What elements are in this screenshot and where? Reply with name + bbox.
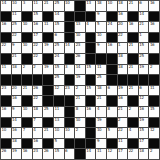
codeword-cell[interactable]: 16 xyxy=(128,22,139,33)
cell-code-number: 14 xyxy=(2,1,6,5)
cell-code-number: 16 xyxy=(118,96,122,100)
codeword-cell[interactable]: 23 xyxy=(75,43,86,54)
codeword-cell[interactable]: 18 xyxy=(118,54,129,65)
blocked-cell xyxy=(128,33,139,44)
cell-code-number: 11 xyxy=(2,65,6,69)
codeword-cell[interactable]: 14 xyxy=(86,149,97,160)
codeword-cell[interactable]: 8 xyxy=(107,107,118,118)
codeword-cell[interactable]: 23 xyxy=(65,86,76,97)
cell-code-number: 22 xyxy=(33,96,37,100)
codeword-cell[interactable]: 4 xyxy=(128,128,139,139)
cell-code-number: 13 xyxy=(86,1,90,5)
cell-code-number: 10 xyxy=(97,33,101,37)
codeword-cell[interactable]: 12 xyxy=(139,96,150,107)
cell-code-number: 26 xyxy=(33,86,37,90)
cell-code-number: 2 xyxy=(33,65,35,69)
cell-code-number: 17 xyxy=(139,139,143,143)
codeword-cell[interactable]: 25 xyxy=(54,1,65,12)
cell-code-number: 2 xyxy=(129,107,131,111)
codeword-cell[interactable]: 16 xyxy=(12,96,23,107)
codeword-cell[interactable]: 18 xyxy=(12,139,23,150)
codeword-cell[interactable]: 3 xyxy=(65,65,76,76)
codeword-cell[interactable]: 21 xyxy=(22,86,33,97)
codeword-cell[interactable]: 24 xyxy=(107,22,118,33)
codeword-cell[interactable]: 6 xyxy=(139,86,150,97)
codeword-cell[interactable]: 19 xyxy=(139,118,150,129)
cell-code-number: 4 xyxy=(129,128,131,132)
codeword-cell[interactable]: 5 xyxy=(107,128,118,139)
blocked-cell xyxy=(65,33,76,44)
cell-code-number: 13 xyxy=(76,22,80,26)
blocked-cell xyxy=(86,75,97,86)
cell-code-number: 21 xyxy=(118,107,122,111)
codeword-cell[interactable]: 24 xyxy=(54,54,65,65)
codeword-cell[interactable]: 23 xyxy=(1,86,12,97)
codeword-cell[interactable]: 10 xyxy=(96,33,107,44)
blocked-cell xyxy=(149,96,160,107)
cell-code-number: 16 xyxy=(139,107,143,111)
cell-code-number: 3 xyxy=(23,1,25,5)
blocked-cell xyxy=(118,75,129,86)
codeword-cell[interactable]: 21 xyxy=(118,107,129,118)
codeword-cell[interactable]: 19 xyxy=(139,65,150,76)
blocked-cell xyxy=(128,118,139,129)
codeword-cell[interactable]: 19 xyxy=(75,75,86,86)
cell-code-number: 6 xyxy=(65,149,67,153)
codeword-cell[interactable]: 10 xyxy=(65,128,76,139)
cell-code-number: 22 xyxy=(118,33,122,37)
codeword-cell[interactable]: 23 xyxy=(33,149,44,160)
cell-code-number: 4 xyxy=(86,22,88,26)
blocked-cell xyxy=(43,33,54,44)
codeword-cell[interactable]: 16 xyxy=(12,128,23,139)
blocked-cell xyxy=(96,54,107,65)
cell-code-number: 5 xyxy=(108,128,110,132)
codeword-cell[interactable]: 16 xyxy=(33,22,44,33)
codeword-cell[interactable]: 7 xyxy=(33,118,44,129)
codeword-cell[interactable]: 6 xyxy=(107,86,118,97)
codeword-cell[interactable]: 14 xyxy=(75,65,86,76)
blocked-cell xyxy=(43,118,54,129)
codeword-cell[interactable]: 10 xyxy=(75,118,86,129)
cell-code-number: 5 xyxy=(97,22,99,26)
codeword-cell[interactable]: 2 xyxy=(33,65,44,76)
codeword-cell[interactable]: 22 xyxy=(33,43,44,54)
blocked-cell xyxy=(54,96,65,107)
blocked-cell xyxy=(149,12,160,23)
cell-code-number: 26 xyxy=(76,54,80,58)
cell-code-number: 18 xyxy=(118,65,122,69)
blocked-cell xyxy=(22,96,33,107)
codeword-cell[interactable]: 25 xyxy=(54,75,65,86)
codeword-cell[interactable]: 16 xyxy=(149,1,160,12)
codeword-cell[interactable]: 11 xyxy=(12,12,23,23)
codeword-cell[interactable]: 11 xyxy=(33,1,44,12)
blocked-cell xyxy=(107,33,118,44)
codeword-cell[interactable]: 2 xyxy=(75,86,86,97)
blocked-cell xyxy=(43,12,54,23)
blocked-cell xyxy=(86,96,97,107)
blocked-cell xyxy=(1,75,12,86)
cell-code-number: 16 xyxy=(23,149,27,153)
cell-code-number: 21 xyxy=(44,128,48,132)
codeword-cell[interactable]: 2 xyxy=(118,118,129,129)
cell-code-number: 21 xyxy=(23,86,27,90)
blocked-cell xyxy=(107,65,118,76)
codeword-cell[interactable]: 21 xyxy=(128,65,139,76)
codeword-cell[interactable]: 1 xyxy=(139,33,150,44)
cell-code-number: 25 xyxy=(12,22,16,26)
codeword-cell[interactable]: 14 xyxy=(1,1,12,12)
cell-code-number: 10 xyxy=(65,128,69,132)
cell-code-number: 19 xyxy=(139,118,143,122)
blocked-cell xyxy=(75,1,86,12)
codeword-cell[interactable]: 16 xyxy=(149,43,160,54)
cell-code-number: 2 xyxy=(76,128,78,132)
codeword-cell[interactable]: 18 xyxy=(12,65,23,76)
cell-code-number: 25 xyxy=(55,1,59,5)
cell-code-number: 19 xyxy=(139,65,143,69)
codeword-cell[interactable]: 18 xyxy=(33,107,44,118)
cell-code-number: 16 xyxy=(86,107,90,111)
cell-code-number: 25 xyxy=(55,75,59,79)
blocked-cell xyxy=(1,118,12,129)
codeword-cell[interactable]: 25 xyxy=(12,22,23,33)
cell-code-number: 25 xyxy=(44,107,48,111)
blocked-cell xyxy=(128,12,139,23)
blocked-cell xyxy=(43,75,54,86)
cell-code-number: 22 xyxy=(2,43,6,47)
codeword-cell[interactable]: 21 xyxy=(12,54,23,65)
codeword-cell[interactable]: 16 xyxy=(107,43,118,54)
codeword-cell[interactable]: 13 xyxy=(75,22,86,33)
codeword-cell[interactable]: 21 xyxy=(128,1,139,12)
codeword-cell[interactable]: 19 xyxy=(43,43,54,54)
codeword-cell[interactable]: 14 xyxy=(139,12,150,23)
cell-code-number: 16 xyxy=(12,128,16,132)
codeword-cell[interactable]: 10 xyxy=(107,1,118,12)
blocked-cell xyxy=(65,107,76,118)
cell-code-number: 10 xyxy=(65,1,69,5)
codeword-cell[interactable]: 15 xyxy=(54,65,65,76)
codeword-cell[interactable]: 19 xyxy=(96,118,107,129)
cell-code-number: 16 xyxy=(2,107,6,111)
codeword-cell[interactable]: 21 xyxy=(128,43,139,54)
codeword-cell[interactable]: 16 xyxy=(86,107,97,118)
blocked-cell xyxy=(107,75,118,86)
codeword-cell[interactable]: 11 xyxy=(96,149,107,160)
codeword-cell[interactable]: 12 xyxy=(149,128,160,139)
cell-code-number: 12 xyxy=(108,149,112,153)
codeword-cell[interactable]: 4 xyxy=(86,22,97,33)
codeword-cell[interactable]: 21 xyxy=(128,86,139,97)
codeword-cell[interactable]: 9 xyxy=(96,43,107,54)
codeword-cell[interactable]: 11 xyxy=(43,22,54,33)
blocked-cell xyxy=(107,12,118,23)
cell-code-number: 15 xyxy=(33,12,37,16)
cell-code-number: 15 xyxy=(139,43,143,47)
cell-code-number: 19 xyxy=(97,118,101,122)
codeword-cell[interactable]: 15 xyxy=(86,65,97,76)
blocked-cell xyxy=(65,139,76,150)
cell-code-number: 16 xyxy=(150,43,154,47)
codeword-cell[interactable]: 4 xyxy=(33,128,44,139)
cell-code-number: 3 xyxy=(65,65,67,69)
cell-code-number: 11 xyxy=(97,65,101,69)
codeword-cell[interactable]: 10 xyxy=(75,33,86,44)
codeword-cell[interactable]: 15 xyxy=(33,12,44,23)
codeword-cell[interactable]: 20 xyxy=(12,86,23,97)
codeword-cell[interactable]: 17 xyxy=(33,33,44,44)
codeword-cell[interactable]: 11 xyxy=(1,65,12,76)
codeword-cell[interactable]: 10 xyxy=(22,43,33,54)
codeword-cell[interactable]: 26 xyxy=(1,149,12,160)
codeword-cell[interactable]: 4 xyxy=(96,107,107,118)
cell-code-number: 16 xyxy=(12,96,16,100)
cell-code-number: 15 xyxy=(150,107,154,111)
cell-code-number: 16 xyxy=(33,139,37,143)
blocked-cell xyxy=(75,12,86,23)
cell-code-number: 10 xyxy=(12,1,16,5)
blocked-cell xyxy=(43,54,54,65)
codeword-cell[interactable]: 26 xyxy=(33,86,44,97)
codeword-cell[interactable]: 22 xyxy=(33,54,44,65)
codeword-cell[interactable]: 16 xyxy=(1,107,12,118)
cell-code-number: 12 xyxy=(150,128,154,132)
blocked-cell xyxy=(86,139,97,150)
cell-code-number: 17 xyxy=(33,33,37,37)
codeword-cell[interactable]: 22 xyxy=(128,149,139,160)
blocked-cell xyxy=(65,75,76,86)
codeword-cell[interactable]: 25 xyxy=(96,75,107,86)
codeword-cell[interactable]: 11 xyxy=(96,65,107,76)
blocked-cell xyxy=(128,75,139,86)
cell-code-number: 24 xyxy=(55,54,59,58)
codeword-cell[interactable]: 17 xyxy=(118,149,129,160)
codeword-cell[interactable]: 14 xyxy=(54,12,65,23)
cell-code-number: 14 xyxy=(55,12,59,16)
cell-code-number: 21 xyxy=(139,22,143,26)
codeword-cell[interactable]: 5 xyxy=(96,22,107,33)
codeword-cell[interactable]: 6 xyxy=(54,33,65,44)
cell-code-number: 7 xyxy=(23,128,25,132)
codeword-cell[interactable]: 20 xyxy=(118,22,129,33)
blocked-cell xyxy=(75,139,86,150)
cell-code-number: 16 xyxy=(2,22,6,26)
blocked-cell xyxy=(1,54,12,65)
cell-code-number: 25 xyxy=(139,54,143,58)
codeword-grid: 1410311212510131810182161611151491614162… xyxy=(0,0,160,160)
codeword-cell[interactable]: 2 xyxy=(149,149,160,160)
codeword-cell[interactable]: 21 xyxy=(139,22,150,33)
codeword-cell[interactable]: 19 xyxy=(43,65,54,76)
cell-code-number: 8 xyxy=(108,107,110,111)
codeword-cell[interactable]: 16 xyxy=(149,22,160,33)
cell-code-number: 8 xyxy=(76,107,78,111)
codeword-cell[interactable]: 18 xyxy=(96,1,107,12)
cell-code-number: 2 xyxy=(118,118,120,122)
blocked-cell xyxy=(86,54,97,65)
cell-code-number: 11 xyxy=(33,1,37,5)
blocked-cell xyxy=(22,75,33,86)
codeword-cell[interactable]: 22 xyxy=(118,33,129,44)
codeword-cell[interactable]: 10 xyxy=(12,1,23,12)
cell-code-number: 13 xyxy=(55,118,59,122)
codeword-cell[interactable]: 21 xyxy=(96,96,107,107)
blocked-cell xyxy=(12,75,23,86)
cell-code-number: 19 xyxy=(76,75,80,79)
codeword-cell[interactable]: 18 xyxy=(139,149,150,160)
cell-code-number: 6 xyxy=(108,86,110,90)
cell-code-number: 2 xyxy=(150,65,152,69)
codeword-cell[interactable]: 22 xyxy=(33,96,44,107)
codeword-cell[interactable]: 11 xyxy=(118,139,129,150)
blocked-cell xyxy=(22,12,33,23)
blocked-cell xyxy=(1,12,12,23)
cell-code-number: 10 xyxy=(23,107,27,111)
cell-code-number: 15 xyxy=(139,128,143,132)
codeword-cell[interactable]: 10 xyxy=(1,128,12,139)
cell-code-number: 19 xyxy=(118,86,122,90)
codeword-cell[interactable]: 25 xyxy=(139,54,150,65)
blocked-cell xyxy=(149,33,160,44)
blocked-cell xyxy=(128,139,139,150)
codeword-cell[interactable]: 3 xyxy=(22,1,33,12)
codeword-cell[interactable]: 15 xyxy=(139,43,150,54)
cell-code-number: 11 xyxy=(118,139,122,143)
codeword-cell[interactable]: 15 xyxy=(86,86,97,97)
cell-code-number: 12 xyxy=(139,96,143,100)
blocked-cell xyxy=(1,96,12,107)
codeword-cell[interactable]: 12 xyxy=(107,149,118,160)
codeword-cell[interactable]: 5 xyxy=(54,139,65,150)
blocked-cell xyxy=(22,139,33,150)
cell-code-number: 21 xyxy=(129,65,133,69)
blocked-cell xyxy=(86,33,97,44)
codeword-cell[interactable]: 10 xyxy=(65,1,76,12)
cell-code-number: 10 xyxy=(2,128,6,132)
codeword-cell[interactable]: 16 xyxy=(139,107,150,118)
codeword-cell[interactable]: 8 xyxy=(75,107,86,118)
blocked-cell xyxy=(149,118,160,129)
codeword-cell[interactable]: 7 xyxy=(22,128,33,139)
codeword-cell[interactable]: 22 xyxy=(1,43,12,54)
codeword-cell[interactable]: 16 xyxy=(22,149,33,160)
codeword-cell[interactable]: 16 xyxy=(1,22,12,33)
cell-code-number: 2 xyxy=(23,65,25,69)
cell-code-number: 24 xyxy=(108,22,112,26)
codeword-cell[interactable]: 12 xyxy=(54,86,65,97)
blocked-cell xyxy=(65,12,76,23)
codeword-cell[interactable]: 21 xyxy=(43,128,54,139)
cell-code-number: 15 xyxy=(86,65,90,69)
codeword-cell[interactable]: 18 xyxy=(96,86,107,97)
codeword-cell[interactable]: 25 xyxy=(43,107,54,118)
codeword-cell[interactable]: 2 xyxy=(128,107,139,118)
cell-code-number: 18 xyxy=(118,1,122,5)
codeword-cell[interactable]: 9 xyxy=(96,12,107,23)
codeword-cell[interactable]: 17 xyxy=(139,139,150,150)
codeword-cell[interactable]: 6 xyxy=(65,149,76,160)
codeword-cell[interactable]: 19 xyxy=(12,149,23,160)
blocked-cell xyxy=(43,96,54,107)
blocked-cell xyxy=(86,128,97,139)
cell-code-number: 21 xyxy=(97,96,101,100)
blocked-cell xyxy=(107,139,118,150)
cell-code-number: 18 xyxy=(139,149,143,153)
codeword-cell[interactable]: 22 xyxy=(118,128,129,139)
codeword-cell[interactable]: 21 xyxy=(75,96,86,107)
codeword-cell[interactable]: 2 xyxy=(75,128,86,139)
cell-code-number: 10 xyxy=(97,128,101,132)
codeword-cell[interactable]: 16 xyxy=(33,139,44,150)
codeword-cell[interactable]: 22 xyxy=(12,33,23,44)
cell-code-number: 9 xyxy=(97,139,99,143)
codeword-cell[interactable]: 10 xyxy=(22,107,33,118)
codeword-cell[interactable]: 18 xyxy=(118,1,129,12)
codeword-cell[interactable]: 15 xyxy=(139,128,150,139)
codeword-cell[interactable]: 15 xyxy=(54,149,65,160)
codeword-cell[interactable]: 16 xyxy=(118,96,129,107)
codeword-cell[interactable]: 18 xyxy=(118,65,129,76)
codeword-cell[interactable]: 11 xyxy=(54,107,65,118)
blocked-cell xyxy=(22,33,33,44)
codeword-cell[interactable]: 25 xyxy=(54,43,65,54)
blocked-cell xyxy=(65,22,76,33)
codeword-cell[interactable]: 21 xyxy=(43,1,54,12)
codeword-cell[interactable]: 13 xyxy=(54,118,65,129)
cell-code-number: 6 xyxy=(139,86,141,90)
cell-code-number: 7 xyxy=(33,118,35,122)
cell-code-number: 26 xyxy=(2,149,6,153)
cell-code-number: 2 xyxy=(76,86,78,90)
codeword-cell[interactable]: 1 xyxy=(118,43,129,54)
codeword-cell[interactable]: 19 xyxy=(118,86,129,97)
codeword-cell[interactable]: 10 xyxy=(96,128,107,139)
cell-code-number: 23 xyxy=(33,149,37,153)
codeword-cell[interactable]: 10 xyxy=(22,22,33,33)
codeword-cell[interactable]: 10 xyxy=(54,128,65,139)
codeword-cell[interactable]: 2 xyxy=(149,65,160,76)
cell-code-number: 11 xyxy=(97,149,101,153)
cell-code-number: 16 xyxy=(33,22,37,26)
cell-code-number: 18 xyxy=(33,107,37,111)
codeword-cell[interactable]: 26 xyxy=(43,149,54,160)
codeword-cell[interactable]: 15 xyxy=(149,107,160,118)
blocked-cell xyxy=(1,33,12,44)
codeword-cell[interactable]: 26 xyxy=(75,54,86,65)
blocked-cell xyxy=(139,75,150,86)
cell-code-number: 4 xyxy=(97,107,99,111)
codeword-cell[interactable]: 13 xyxy=(86,1,97,12)
codeword-cell[interactable]: 2 xyxy=(22,65,33,76)
codeword-cell[interactable]: 14 xyxy=(12,118,23,129)
codeword-cell[interactable]: 14 xyxy=(65,43,76,54)
codeword-cell[interactable]: 9 xyxy=(12,107,23,118)
cell-code-number: 17 xyxy=(118,149,122,153)
codeword-cell[interactable]: 9 xyxy=(12,43,23,54)
cell-code-number: 4 xyxy=(33,128,35,132)
codeword-cell[interactable]: 11 xyxy=(149,86,160,97)
cell-code-number: 14 xyxy=(139,12,143,16)
codeword-cell[interactable]: 15 xyxy=(54,22,65,33)
blocked-cell xyxy=(107,96,118,107)
cell-code-number: 18 xyxy=(97,1,101,5)
cell-code-number: 20 xyxy=(12,86,16,90)
codeword-cell[interactable]: 16 xyxy=(118,12,129,23)
codeword-cell[interactable]: 6 xyxy=(139,1,150,12)
codeword-cell[interactable]: 9 xyxy=(96,139,107,150)
